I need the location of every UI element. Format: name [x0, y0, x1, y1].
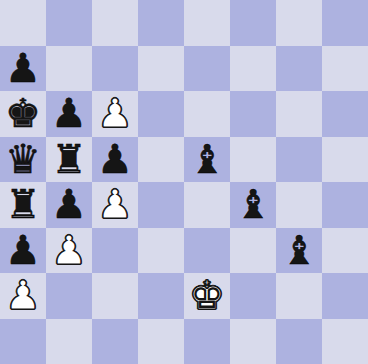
piece-black-pawn[interactable]: ♟	[5, 46, 41, 91]
square-a4[interactable]: ♜	[0, 182, 46, 228]
square-a3[interactable]: ♟	[0, 228, 46, 274]
square-h7[interactable]	[322, 46, 368, 92]
square-e5[interactable]: ♝	[184, 137, 230, 183]
square-h4[interactable]	[322, 182, 368, 228]
square-b1[interactable]	[46, 319, 92, 364]
square-d5[interactable]	[138, 137, 184, 183]
piece-black-pawn[interactable]: ♟	[97, 137, 133, 182]
square-e6[interactable]	[184, 91, 230, 137]
square-a6[interactable]: ♚	[0, 91, 46, 137]
square-f1[interactable]	[230, 319, 276, 364]
square-g2[interactable]	[276, 273, 322, 319]
square-h3[interactable]	[322, 228, 368, 274]
square-b4[interactable]: ♟	[46, 182, 92, 228]
square-c8[interactable]	[92, 0, 138, 46]
square-f7[interactable]	[230, 46, 276, 92]
piece-white-king[interactable]: ♚	[189, 273, 225, 318]
piece-black-pawn[interactable]: ♟	[51, 91, 87, 136]
square-c6[interactable]: ♟	[92, 91, 138, 137]
square-g1[interactable]	[276, 319, 322, 364]
square-b5[interactable]: ♜	[46, 137, 92, 183]
square-f6[interactable]	[230, 91, 276, 137]
square-h1[interactable]	[322, 319, 368, 364]
square-e8[interactable]	[184, 0, 230, 46]
piece-black-bishop[interactable]: ♝	[235, 182, 271, 227]
square-a1[interactable]	[0, 319, 46, 364]
square-h8[interactable]	[322, 0, 368, 46]
square-d4[interactable]	[138, 182, 184, 228]
piece-white-pawn[interactable]: ♟	[97, 91, 133, 136]
piece-white-pawn[interactable]: ♟	[5, 273, 41, 318]
square-c7[interactable]	[92, 46, 138, 92]
square-d6[interactable]	[138, 91, 184, 137]
piece-black-pawn[interactable]: ♟	[5, 228, 41, 273]
square-a7[interactable]: ♟	[0, 46, 46, 92]
square-b2[interactable]	[46, 273, 92, 319]
square-d3[interactable]	[138, 228, 184, 274]
square-d1[interactable]	[138, 319, 184, 364]
square-b8[interactable]	[46, 0, 92, 46]
square-d2[interactable]	[138, 273, 184, 319]
chess-board: ♟♚♟♟♛♜♟♝♜♟♟♝♟♟♝♟♚	[0, 0, 368, 364]
square-d7[interactable]	[138, 46, 184, 92]
piece-black-queen[interactable]: ♛	[5, 137, 41, 182]
square-a2[interactable]: ♟	[0, 273, 46, 319]
piece-black-rook[interactable]: ♜	[5, 182, 41, 227]
piece-black-king[interactable]: ♚	[5, 91, 41, 136]
square-f4[interactable]: ♝	[230, 182, 276, 228]
square-a8[interactable]	[0, 0, 46, 46]
square-e1[interactable]	[184, 319, 230, 364]
square-h5[interactable]	[322, 137, 368, 183]
square-g5[interactable]	[276, 137, 322, 183]
piece-black-rook[interactable]: ♜	[51, 137, 87, 182]
piece-black-pawn[interactable]: ♟	[51, 182, 87, 227]
piece-white-pawn[interactable]: ♟	[51, 228, 87, 273]
square-g8[interactable]	[276, 0, 322, 46]
piece-black-bishop[interactable]: ♝	[189, 137, 225, 182]
square-b7[interactable]	[46, 46, 92, 92]
square-c4[interactable]: ♟	[92, 182, 138, 228]
square-e3[interactable]	[184, 228, 230, 274]
square-c1[interactable]	[92, 319, 138, 364]
square-f2[interactable]	[230, 273, 276, 319]
square-g3[interactable]: ♝	[276, 228, 322, 274]
square-c5[interactable]: ♟	[92, 137, 138, 183]
square-h2[interactable]	[322, 273, 368, 319]
square-g6[interactable]	[276, 91, 322, 137]
square-c2[interactable]	[92, 273, 138, 319]
square-f3[interactable]	[230, 228, 276, 274]
square-h6[interactable]	[322, 91, 368, 137]
piece-white-pawn[interactable]: ♟	[97, 182, 133, 227]
square-b3[interactable]: ♟	[46, 228, 92, 274]
square-f5[interactable]	[230, 137, 276, 183]
square-a5[interactable]: ♛	[0, 137, 46, 183]
square-c3[interactable]	[92, 228, 138, 274]
square-e4[interactable]	[184, 182, 230, 228]
square-f8[interactable]	[230, 0, 276, 46]
square-e7[interactable]	[184, 46, 230, 92]
square-g4[interactable]	[276, 182, 322, 228]
piece-black-bishop[interactable]: ♝	[281, 228, 317, 273]
square-b6[interactable]: ♟	[46, 91, 92, 137]
square-g7[interactable]	[276, 46, 322, 92]
square-d8[interactable]	[138, 0, 184, 46]
square-e2[interactable]: ♚	[184, 273, 230, 319]
